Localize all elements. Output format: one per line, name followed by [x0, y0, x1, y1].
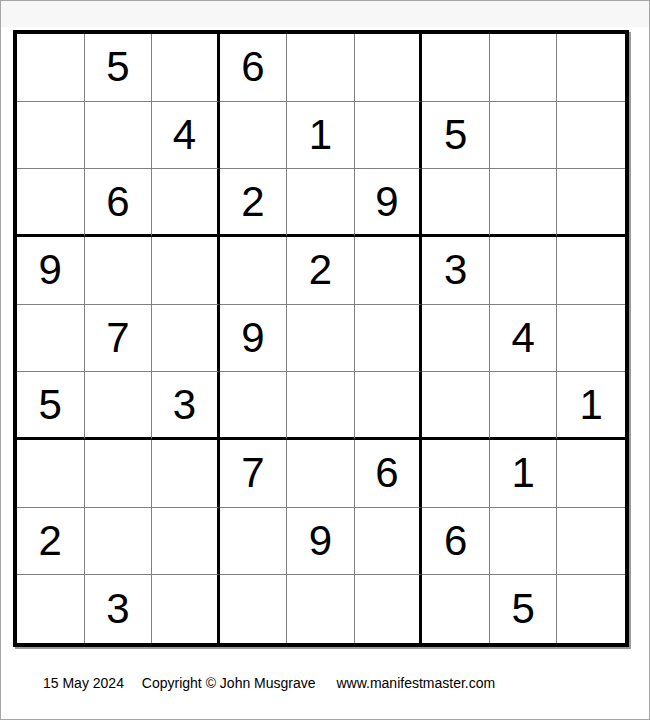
sudoku-cell-r5c9[interactable]: [557, 305, 625, 373]
sudoku-cell-r8c7[interactable]: 6: [422, 508, 490, 576]
sudoku-cell-r6c5[interactable]: [287, 372, 355, 440]
sudoku-cell-r5c7[interactable]: [422, 305, 490, 373]
sudoku-cell-r9c4[interactable]: [220, 575, 288, 643]
sudoku-cell-r7c3[interactable]: [152, 440, 220, 508]
sudoku-cell-r5c1[interactable]: [17, 305, 85, 373]
sudoku-cell-r3c1[interactable]: [17, 169, 85, 237]
sudoku-cell-r4c8[interactable]: [490, 237, 558, 305]
sudoku-cell-r7c7[interactable]: [422, 440, 490, 508]
sudoku-cell-r4c7[interactable]: 3: [422, 237, 490, 305]
sudoku-cell-r1c1[interactable]: [17, 34, 85, 102]
sudoku-cell-r3c5[interactable]: [287, 169, 355, 237]
sudoku-cell-r2c6[interactable]: [355, 102, 423, 170]
footer-copyright: Copyright © John Musgrave: [142, 675, 316, 691]
sudoku-cell-r1c3[interactable]: [152, 34, 220, 102]
sudoku-cell-r3c3[interactable]: [152, 169, 220, 237]
sudoku-cell-r7c9[interactable]: [557, 440, 625, 508]
sudoku-cell-r5c8[interactable]: 4: [490, 305, 558, 373]
page-top-band: [1, 1, 649, 27]
sudoku-cell-r6c1[interactable]: 5: [17, 372, 85, 440]
sudoku-cell-r1c7[interactable]: [422, 34, 490, 102]
sudoku-cell-r5c6[interactable]: [355, 305, 423, 373]
sudoku-cell-r8c8[interactable]: [490, 508, 558, 576]
sudoku-cell-r9c1[interactable]: [17, 575, 85, 643]
sudoku-cell-r9c9[interactable]: [557, 575, 625, 643]
sudoku-cell-r4c1[interactable]: 9: [17, 237, 85, 305]
sudoku-cell-r8c5[interactable]: 9: [287, 508, 355, 576]
sudoku-cell-r1c6[interactable]: [355, 34, 423, 102]
sudoku-grid: 5641562992379453176129635: [13, 30, 629, 647]
footer-date: 15 May 2024: [43, 675, 124, 691]
sudoku-cell-r4c5[interactable]: 2: [287, 237, 355, 305]
sudoku-cell-r2c4[interactable]: [220, 102, 288, 170]
sudoku-cell-r6c2[interactable]: [85, 372, 153, 440]
sudoku-cell-r5c2[interactable]: 7: [85, 305, 153, 373]
sudoku-cell-r2c8[interactable]: [490, 102, 558, 170]
sudoku-cell-r7c2[interactable]: [85, 440, 153, 508]
sudoku-cell-r7c8[interactable]: 1: [490, 440, 558, 508]
sudoku-cell-r3c2[interactable]: 6: [85, 169, 153, 237]
sudoku-cell-r2c2[interactable]: [85, 102, 153, 170]
sudoku-cell-r8c6[interactable]: [355, 508, 423, 576]
sudoku-cell-r8c1[interactable]: 2: [17, 508, 85, 576]
sudoku-cell-r8c4[interactable]: [220, 508, 288, 576]
sudoku-cell-r3c9[interactable]: [557, 169, 625, 237]
footer-website: www.manifestmaster.com: [336, 675, 495, 691]
sudoku-cell-r9c3[interactable]: [152, 575, 220, 643]
sudoku-cell-r1c8[interactable]: [490, 34, 558, 102]
sudoku-cell-r6c4[interactable]: [220, 372, 288, 440]
sudoku-cell-r5c4[interactable]: 9: [220, 305, 288, 373]
footer: 15 May 2024 Copyright © John Musgrave ww…: [43, 675, 495, 691]
sudoku-cell-r9c2[interactable]: 3: [85, 575, 153, 643]
sudoku-cell-r6c7[interactable]: [422, 372, 490, 440]
sudoku-cell-r9c7[interactable]: [422, 575, 490, 643]
sudoku-cell-r3c4[interactable]: 2: [220, 169, 288, 237]
sudoku-cell-r4c2[interactable]: [85, 237, 153, 305]
sudoku-cell-r7c5[interactable]: [287, 440, 355, 508]
sudoku-cell-r2c7[interactable]: 5: [422, 102, 490, 170]
sudoku-cell-r6c6[interactable]: [355, 372, 423, 440]
sudoku-cell-r9c8[interactable]: 5: [490, 575, 558, 643]
sudoku-cell-r2c3[interactable]: 4: [152, 102, 220, 170]
sudoku-cell-r4c4[interactable]: [220, 237, 288, 305]
sudoku-cell-r9c6[interactable]: [355, 575, 423, 643]
sudoku-cell-r8c3[interactable]: [152, 508, 220, 576]
sudoku-cell-r7c1[interactable]: [17, 440, 85, 508]
sudoku-cell-r3c6[interactable]: 9: [355, 169, 423, 237]
sudoku-cell-r7c6[interactable]: 6: [355, 440, 423, 508]
sudoku-cell-r3c8[interactable]: [490, 169, 558, 237]
sudoku-cell-r6c9[interactable]: 1: [557, 372, 625, 440]
sudoku-cell-r1c5[interactable]: [287, 34, 355, 102]
sudoku-cell-r1c9[interactable]: [557, 34, 625, 102]
puzzle-page: 5641562992379453176129635 15 May 2024 Co…: [0, 0, 650, 720]
sudoku-cell-r6c3[interactable]: 3: [152, 372, 220, 440]
sudoku-cell-r1c2[interactable]: 5: [85, 34, 153, 102]
sudoku-cell-r7c4[interactable]: 7: [220, 440, 288, 508]
sudoku-cell-r8c2[interactable]: [85, 508, 153, 576]
sudoku-cell-r2c1[interactable]: [17, 102, 85, 170]
sudoku-cell-r6c8[interactable]: [490, 372, 558, 440]
sudoku-cell-r4c3[interactable]: [152, 237, 220, 305]
sudoku-cell-r9c5[interactable]: [287, 575, 355, 643]
sudoku-cell-r4c6[interactable]: [355, 237, 423, 305]
sudoku-cell-r8c9[interactable]: [557, 508, 625, 576]
sudoku-cell-r2c9[interactable]: [557, 102, 625, 170]
sudoku-cell-r5c5[interactable]: [287, 305, 355, 373]
sudoku-cell-r4c9[interactable]: [557, 237, 625, 305]
sudoku-cell-r1c4[interactable]: 6: [220, 34, 288, 102]
sudoku-cell-r3c7[interactable]: [422, 169, 490, 237]
sudoku-cell-r5c3[interactable]: [152, 305, 220, 373]
sudoku-cell-r2c5[interactable]: 1: [287, 102, 355, 170]
